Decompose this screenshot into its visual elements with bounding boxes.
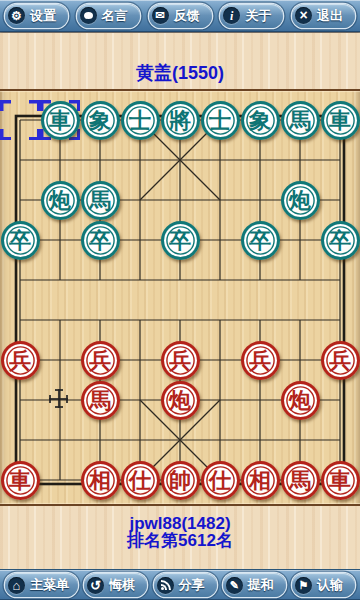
exit-label: 退出 (317, 7, 343, 25)
gear-icon: ⚙ (8, 7, 25, 24)
player-name: jpwl88(1482) (0, 515, 360, 532)
black-advisor[interactable]: 士 (121, 101, 160, 140)
red-horse[interactable]: 馬 (281, 461, 320, 500)
offer-draw-button[interactable]: ✎ 提和 (223, 573, 286, 597)
black-soldier[interactable]: 卒 (161, 221, 200, 260)
black-soldier[interactable]: 卒 (321, 221, 360, 260)
offer-draw-label: 提和 (248, 576, 274, 594)
red-elephant[interactable]: 相 (241, 461, 280, 500)
red-soldier[interactable]: 兵 (1, 341, 40, 380)
red-soldier[interactable]: 兵 (321, 341, 360, 380)
piece-layer: 車象士將士象馬車炮馬炮卒卒卒卒卒兵兵兵兵兵馬炮炮車相仕帥仕相馬車 (0, 89, 360, 506)
black-advisor[interactable]: 士 (201, 101, 240, 140)
black-elephant[interactable]: 象 (241, 101, 280, 140)
feedback-button[interactable]: ✉ 反馈 (149, 4, 212, 28)
main-menu-label: 主菜单 (30, 576, 69, 594)
share-label: 分享 (179, 576, 205, 594)
top-toolbar: ⚙ 设置 名言 ✉ 反馈 i 关于 × 退出 (0, 0, 360, 32)
black-elephant[interactable]: 象 (81, 101, 120, 140)
undo-move-button[interactable]: ↺ 悔棋 (84, 573, 147, 597)
rss-share-icon (157, 577, 174, 594)
feedback-label: 反馈 (174, 7, 200, 25)
red-advisor[interactable]: 仕 (121, 461, 160, 500)
red-horse[interactable]: 馬 (81, 381, 120, 420)
black-horse[interactable]: 馬 (81, 181, 120, 220)
red-soldier[interactable]: 兵 (241, 341, 280, 380)
info-icon: i (223, 7, 240, 24)
flag-icon: ⚑ (295, 577, 312, 594)
upper-wood-band: 黄盖(1550) (0, 33, 360, 89)
last-move-from-marker (0, 100, 40, 140)
share-button[interactable]: 分享 (154, 573, 217, 597)
red-general[interactable]: 帥 (161, 461, 200, 500)
resign-button[interactable]: ⚑ 认输 (292, 573, 355, 597)
player-rank: 排名第5612名 (0, 532, 360, 549)
red-cannon[interactable]: 炮 (281, 381, 320, 420)
red-chariot[interactable]: 車 (1, 461, 40, 500)
black-cannon[interactable]: 炮 (281, 181, 320, 220)
home-icon: ⌂ (8, 577, 25, 594)
red-elephant[interactable]: 相 (81, 461, 120, 500)
exit-button[interactable]: × 退出 (292, 4, 355, 28)
black-cannon[interactable]: 炮 (41, 181, 80, 220)
bottom-toolbar: ⌂ 主菜单 ↺ 悔棋 分享 ✎ 提和 ⚑ 认输 (0, 569, 360, 600)
red-chariot[interactable]: 車 (321, 461, 360, 500)
black-soldier[interactable]: 卒 (241, 221, 280, 260)
undo-move-label: 悔棋 (109, 576, 135, 594)
opponent-name: 黄盖(1550) (0, 61, 360, 85)
black-soldier[interactable]: 卒 (1, 221, 40, 260)
black-chariot[interactable]: 車 (41, 101, 80, 140)
resign-label: 认输 (317, 576, 343, 594)
pencil-icon: ✎ (226, 577, 243, 594)
red-cannon[interactable]: 炮 (161, 381, 200, 420)
settings-label: 设置 (30, 7, 56, 25)
xiangqi-board[interactable]: 車象士將士象馬車炮馬炮卒卒卒卒卒兵兵兵兵兵馬炮炮車相仕帥仕相馬車 (0, 89, 360, 506)
undo-icon: ↺ (87, 577, 104, 594)
black-horse[interactable]: 馬 (281, 101, 320, 140)
lower-wood-band: jpwl88(1482) 排名第5612名 (0, 506, 360, 569)
red-soldier[interactable]: 兵 (161, 341, 200, 380)
quotes-button[interactable]: 名言 (77, 4, 140, 28)
settings-button[interactable]: ⚙ 设置 (5, 4, 68, 28)
about-button[interactable]: i 关于 (220, 4, 283, 28)
close-icon: × (295, 7, 312, 24)
red-advisor[interactable]: 仕 (201, 461, 240, 500)
envelope-icon: ✉ (152, 7, 169, 24)
cursor-crosshair (49, 389, 68, 408)
black-chariot[interactable]: 車 (321, 101, 360, 140)
black-soldier[interactable]: 卒 (81, 221, 120, 260)
app-window: ⚙ 设置 名言 ✉ 反馈 i 关于 × 退出 黄盖(1550) (0, 0, 360, 600)
black-general[interactable]: 將 (161, 101, 200, 140)
speech-bubble-icon (80, 7, 97, 24)
about-label: 关于 (245, 7, 271, 25)
quotes-label: 名言 (102, 7, 128, 25)
main-menu-button[interactable]: ⌂ 主菜单 (5, 573, 78, 597)
red-soldier[interactable]: 兵 (81, 341, 120, 380)
